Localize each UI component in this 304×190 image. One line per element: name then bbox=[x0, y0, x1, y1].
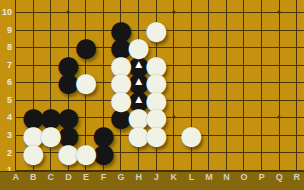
column-label-r: R bbox=[289, 172, 304, 182]
triangle-marker-h7: ▲ bbox=[135, 60, 142, 69]
row-label-3: 3 bbox=[0, 130, 12, 140]
triangle-marker-h5: ▲ bbox=[135, 95, 142, 104]
row-label-5: 5 bbox=[0, 95, 12, 105]
column-label-m: M bbox=[201, 172, 217, 182]
column-label-q: Q bbox=[271, 172, 287, 182]
star-point-k10 bbox=[172, 11, 175, 14]
go-board[interactable]: ●●●●●●●●●●●●●●●●●●●●●●●●●●●●●●●●●●▲▲▲ 10… bbox=[0, 0, 304, 190]
column-label-d: D bbox=[60, 172, 76, 182]
column-label-o: O bbox=[236, 172, 252, 182]
column-label-c: C bbox=[43, 172, 59, 182]
star-point-q4 bbox=[278, 116, 281, 119]
white-stone-b2: ● bbox=[22, 140, 45, 166]
column-label-a: A bbox=[8, 172, 24, 182]
row-label-9: 9 bbox=[0, 25, 12, 35]
column-label-p: P bbox=[254, 172, 270, 182]
column-label-strip: ABCDEFGHJKLMNOPQR bbox=[0, 171, 304, 190]
column-label-b: B bbox=[25, 172, 41, 182]
row-label-8: 8 bbox=[0, 42, 12, 52]
row-label-4: 4 bbox=[0, 112, 12, 122]
column-label-k: K bbox=[166, 172, 182, 182]
star-point-q10 bbox=[278, 11, 281, 14]
white-stone-j3: ● bbox=[145, 122, 168, 148]
column-label-g: G bbox=[113, 172, 129, 182]
column-label-e: E bbox=[78, 172, 94, 182]
star-point-d10 bbox=[67, 11, 70, 14]
row-label-2: 2 bbox=[0, 148, 12, 158]
row-label-6: 6 bbox=[0, 77, 12, 87]
column-label-f: F bbox=[96, 172, 112, 182]
white-stone-e2: ● bbox=[75, 140, 98, 166]
star-point-k4 bbox=[172, 116, 175, 119]
column-label-l: L bbox=[183, 172, 199, 182]
row-label-10: 10 bbox=[0, 7, 12, 17]
column-label-n: N bbox=[219, 172, 235, 182]
white-stone-e6: ● bbox=[75, 69, 98, 95]
white-stone-l3: ● bbox=[180, 122, 203, 148]
column-label-h: H bbox=[131, 172, 147, 182]
column-label-j: J bbox=[148, 172, 164, 182]
row-label-7: 7 bbox=[0, 60, 12, 70]
triangle-marker-h6: ▲ bbox=[135, 78, 142, 87]
